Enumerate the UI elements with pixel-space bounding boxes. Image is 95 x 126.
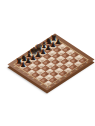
coordinate-label: b <box>17 68 21 71</box>
coordinate-label: 6 <box>58 79 62 81</box>
coordinate-label: e <box>31 77 35 80</box>
coordinate-label: 4 <box>68 72 72 74</box>
coordinate-label: 5 <box>63 76 67 78</box>
coordinate-label: g <box>39 83 43 86</box>
coordinate-label: c <box>21 71 25 74</box>
coordinate-label: 2 <box>79 65 83 67</box>
coordinate-label: a <box>12 65 16 68</box>
coordinate-label: 1 <box>84 62 88 64</box>
coordinate-label: f <box>35 81 38 83</box>
coordinate-label: 3 <box>74 69 78 71</box>
coordinate-label: d <box>26 74 30 77</box>
coordinate-label: 7 <box>52 82 56 84</box>
product-photo: abcdefgh 12345678 ♜♞♝♛♚♝♞♜♟♟♟♟♟♟♟♟ <box>0 0 95 126</box>
board-frame: abcdefgh 12345678 <box>7 33 94 90</box>
chess-board: abcdefgh 12345678 <box>7 33 94 90</box>
coordinate-label: 8 <box>47 86 51 88</box>
